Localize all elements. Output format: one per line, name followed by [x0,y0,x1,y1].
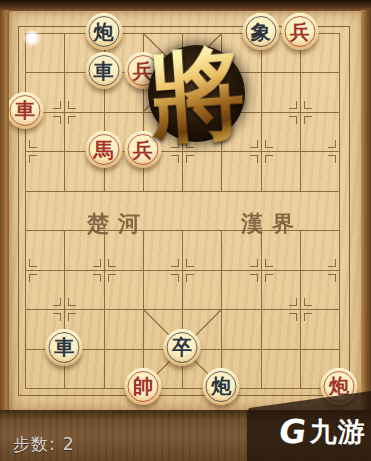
point-mark [186,259,194,267]
point-mark [29,140,37,148]
piece-車-black[interactable]: 車 [85,52,122,89]
point-mark [304,298,312,306]
point-mark [68,298,76,306]
point-mark [328,274,336,282]
check-badge-general[interactable]: 將 [148,45,245,142]
point-mark [29,259,37,267]
point-mark [289,116,297,124]
game-screen: 楚河 漢界 炮象兵車兵車馬兵車卒帥炮炮 將 步数:2 G 九游 [0,0,371,461]
piece-glyph: 兵 [133,140,153,160]
general-glyph: 將 [146,40,248,146]
point-mark [328,155,336,163]
point-mark [328,140,336,148]
piece-glyph: 象 [251,22,271,42]
point-mark [265,155,273,163]
left-wood-edge [0,10,9,412]
move-counter-label: 步数: [13,434,56,454]
point-mark [108,274,116,282]
point-mark [304,313,312,321]
point-mark [93,274,101,282]
piece-馬-red[interactable]: 馬 [85,131,122,168]
piece-帥-red[interactable]: 帥 [124,368,161,405]
point-mark [53,116,61,124]
board-cell[interactable] [144,192,183,231]
point-mark [186,274,194,282]
right-wood-edge [361,10,371,412]
piece-炮-black[interactable]: 炮 [203,368,240,405]
piece-車-black[interactable]: 車 [46,329,83,366]
point-mark [108,259,116,267]
piece-炮-black[interactable]: 炮 [85,13,122,50]
sparkle-effect [23,29,41,47]
point-mark [265,140,273,148]
point-mark [265,259,273,267]
piece-glyph: 帥 [133,377,153,397]
move-counter-value: 2 [63,434,75,454]
point-mark [68,116,76,124]
piece-glyph: 炮 [211,377,231,397]
juiyou-brand-text: 九游 [310,414,366,450]
board-cell[interactable] [301,192,340,231]
move-counter: 步数:2 [13,433,75,456]
point-mark [289,313,297,321]
piece-glyph: 炮 [329,377,349,397]
top-wood-edge [0,0,371,11]
piece-glyph: 車 [15,100,35,120]
point-mark [29,155,37,163]
point-mark [29,274,37,282]
piece-glyph: 炮 [94,22,114,42]
piece-glyph: 馬 [94,140,114,160]
point-mark [171,274,179,282]
piece-卒-black[interactable]: 卒 [164,329,201,366]
river-label-chu: 楚河 [87,209,149,239]
piece-車-red[interactable]: 車 [7,92,44,129]
point-mark [304,101,312,109]
point-mark [289,298,297,306]
board-cell[interactable] [105,310,144,349]
point-mark [68,313,76,321]
point-mark [250,140,258,148]
board-cell[interactable] [222,310,261,349]
piece-glyph: 車 [94,61,114,81]
piece-glyph: 卒 [172,337,192,357]
point-mark [328,259,336,267]
piece-glyph: 兵 [290,22,310,42]
point-mark [265,274,273,282]
point-mark [186,155,194,163]
point-mark [250,274,258,282]
xiangqi-board[interactable]: 楚河 漢界 炮象兵車兵車馬兵車卒帥炮炮 將 [8,10,362,410]
point-mark [250,259,258,267]
point-mark [171,259,179,267]
board-cell[interactable] [183,192,222,231]
piece-象-black[interactable]: 象 [242,13,279,50]
river-label-han: 漢界 [241,209,303,239]
juiyou-logo-icon: G [277,415,309,448]
point-mark [53,101,61,109]
point-mark [171,155,179,163]
point-mark [53,298,61,306]
piece-glyph: 車 [54,337,74,357]
point-mark [68,101,76,109]
point-mark [289,101,297,109]
piece-兵-red[interactable]: 兵 [281,13,318,50]
point-mark [93,259,101,267]
board-cell[interactable] [26,192,65,231]
board-cell[interactable] [262,350,301,389]
point-mark [250,155,258,163]
point-mark [53,313,61,321]
point-mark [304,116,312,124]
